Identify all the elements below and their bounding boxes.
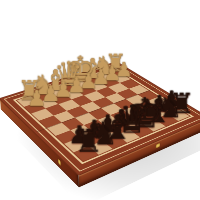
chess-board: ♜♞♝♛♚♝♞♜♟♟♟♟♟♟♟♟♟♟♟♟♟♟♟♟♜♞♝♛♚♝♞♜ xyxy=(0,61,200,176)
piece-black-rook: ♜ xyxy=(59,126,119,156)
square: ♜ xyxy=(73,146,98,161)
piece-white-pawn: ♟ xyxy=(11,89,63,110)
brass-hinge-icon xyxy=(58,159,61,166)
brass-clasp-icon xyxy=(155,143,159,149)
chess-set-photo: ♜♞♝♛♚♝♞♜♟♟♟♟♟♟♟♟♟♟♟♟♟♟♟♟♜♞♝♛♚♝♞♜ xyxy=(0,0,200,200)
